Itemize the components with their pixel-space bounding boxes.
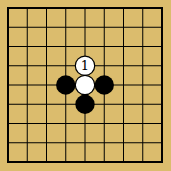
stone-black	[75, 95, 94, 114]
go-diagram: 1	[0, 0, 171, 171]
move-label: 1	[81, 58, 89, 73]
go-board[interactable]: 1	[0, 0, 171, 171]
stone-white	[75, 75, 94, 94]
stone-black	[95, 75, 114, 94]
stone-black	[56, 75, 75, 94]
